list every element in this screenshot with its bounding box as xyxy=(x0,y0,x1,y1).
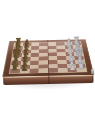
board-scene: ♜♟♟♜♞♟♟♞♝♟♟♝♚♟♟♚♛♟♟♛♝♟♟♝♞♟♟♞♜♟♟♜ xyxy=(1,39,95,77)
board-tilt-group: ♜♟♟♜♞♟♟♞♝♟♟♝♚♟♟♚♛♟♟♛♝♟♟♝♞♟♟♞♜♟♟♜ xyxy=(0,0,95,126)
front-left-edge xyxy=(3,77,4,85)
chess-board: ♜♟♟♜♞♟♟♞♝♟♟♝♚♟♟♚♛♟♟♛♝♟♟♝♞♟♟♞♜♟♟♜ xyxy=(2,39,94,77)
front-right-edge xyxy=(92,75,93,83)
pieces-layer: ♜♟♟♜♞♟♟♞♝♟♟♝♚♟♟♚♛♟♟♛♝♟♟♝♞♟♟♞♜♟♟♜ xyxy=(9,42,86,74)
piece-gold-pawn: ♟ xyxy=(19,62,29,72)
front-fold-seam xyxy=(48,76,49,84)
piece-silver-pawn: ♟ xyxy=(67,61,77,71)
clasp-latch-icon xyxy=(91,69,94,74)
piece-silver-rook: ♜ xyxy=(76,61,86,71)
piece-gold-rook: ♜ xyxy=(9,62,19,72)
chess-set-photo: ♜♟♟♜♞♟♟♞♝♟♟♝♚♟♟♚♛♟♟♛♝♟♟♝♞♟♟♞♜♟♟♜ xyxy=(0,0,95,126)
